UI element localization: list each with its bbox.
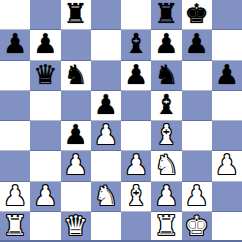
piece-white-bishop[interactable]: ♝ — [154, 120, 178, 150]
square-a3[interactable] — [0, 151, 30, 181]
square-d5[interactable]: ♟ — [91, 91, 121, 121]
square-c5[interactable] — [61, 91, 91, 121]
square-d3[interactable] — [91, 151, 121, 181]
square-g2[interactable]: ♟ — [182, 182, 212, 212]
square-a7[interactable]: ♟ — [0, 30, 30, 60]
piece-black-rook[interactable]: ♜ — [154, 0, 178, 29]
piece-black-pawn[interactable]: ♟ — [185, 29, 209, 59]
piece-black-king[interactable]: ♚ — [185, 0, 209, 29]
square-e8[interactable] — [121, 0, 151, 30]
square-f2[interactable]: ♟ — [151, 182, 181, 212]
square-c4[interactable]: ♟ — [61, 121, 91, 151]
square-e3[interactable]: ♟ — [121, 151, 151, 181]
square-g1[interactable]: ♚ — [182, 212, 212, 242]
square-h5[interactable] — [212, 91, 242, 121]
square-b4[interactable] — [30, 121, 60, 151]
square-e5[interactable] — [121, 91, 151, 121]
square-a2[interactable]: ♟ — [0, 182, 30, 212]
piece-white-pawn[interactable]: ♟ — [94, 120, 118, 150]
piece-white-knight[interactable]: ♞ — [154, 150, 178, 180]
square-a4[interactable] — [0, 121, 30, 151]
square-c2[interactable] — [61, 182, 91, 212]
square-h6[interactable]: ♟ — [212, 61, 242, 91]
square-b1[interactable] — [30, 212, 60, 242]
piece-black-pawn[interactable]: ♟ — [64, 120, 88, 150]
screenshot-stage: ♜♜♚♟♟♝♟♟♛♞♟♞♟♟♝♟♟♝♟♟♞♟♟♟♞♝♟♟♜♛♜♚ — [0, 0, 242, 242]
square-f7[interactable]: ♟ — [151, 30, 181, 60]
square-d6[interactable] — [91, 61, 121, 91]
piece-black-knight[interactable]: ♞ — [154, 60, 178, 90]
square-g4[interactable] — [182, 121, 212, 151]
square-f6[interactable]: ♞ — [151, 61, 181, 91]
piece-white-pawn[interactable]: ♟ — [185, 181, 209, 211]
piece-black-pawn[interactable]: ♟ — [3, 29, 27, 59]
square-d4[interactable]: ♟ — [91, 121, 121, 151]
square-g5[interactable] — [182, 91, 212, 121]
square-g8[interactable]: ♚ — [182, 0, 212, 30]
square-f8[interactable]: ♜ — [151, 0, 181, 30]
square-b8[interactable] — [30, 0, 60, 30]
square-f4[interactable]: ♝ — [151, 121, 181, 151]
square-e2[interactable]: ♝ — [121, 182, 151, 212]
square-h3[interactable]: ♟ — [212, 151, 242, 181]
square-h2[interactable] — [212, 182, 242, 212]
square-h8[interactable] — [212, 0, 242, 30]
square-d1[interactable] — [91, 212, 121, 242]
square-b5[interactable] — [30, 91, 60, 121]
square-c6[interactable]: ♞ — [61, 61, 91, 91]
square-d2[interactable]: ♞ — [91, 182, 121, 212]
square-f1[interactable]: ♜ — [151, 212, 181, 242]
piece-white-bishop[interactable]: ♝ — [124, 181, 148, 211]
square-d8[interactable] — [91, 0, 121, 30]
piece-white-pawn[interactable]: ♟ — [124, 150, 148, 180]
piece-black-rook[interactable]: ♜ — [64, 0, 88, 29]
square-a5[interactable] — [0, 91, 30, 121]
piece-black-pawn[interactable]: ♟ — [124, 60, 148, 90]
square-c8[interactable]: ♜ — [61, 0, 91, 30]
square-c7[interactable] — [61, 30, 91, 60]
square-b6[interactable]: ♛ — [30, 61, 60, 91]
piece-white-queen[interactable]: ♛ — [64, 211, 88, 241]
square-a6[interactable] — [0, 61, 30, 91]
square-c1[interactable]: ♛ — [61, 212, 91, 242]
piece-white-pawn[interactable]: ♟ — [154, 181, 178, 211]
square-e7[interactable]: ♝ — [121, 30, 151, 60]
square-f3[interactable]: ♞ — [151, 151, 181, 181]
square-d7[interactable] — [91, 30, 121, 60]
square-e6[interactable]: ♟ — [121, 61, 151, 91]
piece-black-pawn[interactable]: ♟ — [154, 29, 178, 59]
square-e4[interactable] — [121, 121, 151, 151]
square-f5[interactable]: ♝ — [151, 91, 181, 121]
square-a8[interactable] — [0, 0, 30, 30]
piece-white-pawn[interactable]: ♟ — [3, 181, 27, 211]
square-g7[interactable]: ♟ — [182, 30, 212, 60]
square-g6[interactable] — [182, 61, 212, 91]
piece-white-rook[interactable]: ♜ — [3, 211, 27, 241]
piece-black-knight[interactable]: ♞ — [64, 60, 88, 90]
piece-white-pawn[interactable]: ♟ — [64, 150, 88, 180]
piece-white-knight[interactable]: ♞ — [94, 181, 118, 211]
square-a1[interactable]: ♜ — [0, 212, 30, 242]
piece-black-queen[interactable]: ♛ — [33, 60, 57, 90]
piece-white-pawn[interactable]: ♟ — [215, 150, 239, 180]
square-h1[interactable] — [212, 212, 242, 242]
square-h7[interactable] — [212, 30, 242, 60]
square-g3[interactable] — [182, 151, 212, 181]
square-h4[interactable] — [212, 121, 242, 151]
piece-white-rook[interactable]: ♜ — [154, 211, 178, 241]
piece-white-king[interactable]: ♚ — [185, 211, 209, 241]
piece-black-bishop[interactable]: ♝ — [154, 90, 178, 120]
square-b7[interactable]: ♟ — [30, 30, 60, 60]
piece-black-pawn[interactable]: ♟ — [94, 90, 118, 120]
piece-black-pawn[interactable]: ♟ — [33, 29, 57, 59]
piece-black-bishop[interactable]: ♝ — [124, 29, 148, 59]
chess-board: ♜♜♚♟♟♝♟♟♛♞♟♞♟♟♝♟♟♝♟♟♞♟♟♟♞♝♟♟♜♛♜♚ — [0, 0, 242, 242]
square-e1[interactable] — [121, 212, 151, 242]
piece-white-pawn[interactable]: ♟ — [33, 181, 57, 211]
square-c3[interactable]: ♟ — [61, 151, 91, 181]
square-b3[interactable] — [30, 151, 60, 181]
piece-black-pawn[interactable]: ♟ — [215, 60, 239, 90]
square-b2[interactable]: ♟ — [30, 182, 60, 212]
